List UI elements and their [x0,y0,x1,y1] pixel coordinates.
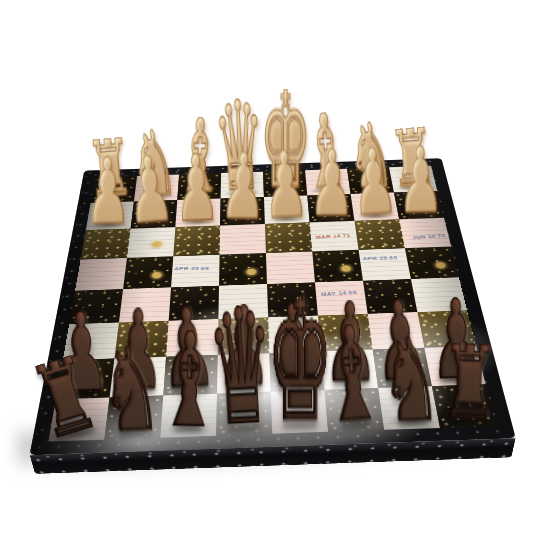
date-stamp: APR 25 69 [363,256,398,261]
square-b8[interactable]: ♞ [104,396,163,440]
date-stamp: JUN 10 74 [412,234,446,240]
square-g4[interactable]: APR 25 69 [359,248,411,280]
black-knight-piece[interactable]: ♞ [99,343,163,437]
square-d2[interactable]: ♟ [220,197,265,226]
square-a2[interactable]: ♟ [86,202,134,231]
board-front-edge [30,438,516,474]
square-g3[interactable] [354,219,404,249]
white-pawn-piece[interactable]: ♟ [397,144,443,217]
square-b2[interactable]: ♟ [131,200,178,229]
square-g2[interactable]: ♟ [351,192,400,220]
square-e8[interactable]: ♚ [271,390,328,434]
chess-board: ♜♞♝♛♚♝♞♜♟♟♟♟♟♟♟♟MAR 14 71JUN 10 74APR 25… [30,158,516,455]
square-e3[interactable] [265,223,312,253]
square-f3[interactable]: MAR 14 71 [310,221,359,251]
square-g8[interactable]: ♞ [378,386,440,430]
black-bishop-piece[interactable]: ♝ [159,329,219,434]
square-a3[interactable] [81,229,131,260]
square-b4[interactable] [123,256,173,289]
black-king-piece[interactable]: ♚ [267,293,334,430]
square-b3[interactable] [127,227,175,258]
square-c2[interactable]: ♟ [175,199,220,228]
perspective-rig: ♜♞♝♛♚♝♞♜♟♟♟♟♟♟♟♟MAR 14 71JUN 10 74APR 25… [54,71,480,497]
square-c3[interactable] [173,226,220,257]
chess-set-photo: ♜♞♝♛♚♝♞♜♟♟♟♟♟♟♟♟MAR 14 71JUN 10 74APR 25… [0,0,533,533]
square-d3[interactable] [220,224,266,255]
black-knight-piece[interactable]: ♞ [380,334,442,427]
white-pawn-piece[interactable]: ♟ [309,148,354,220]
white-pawn-piece[interactable]: ♟ [349,145,399,220]
square-a4[interactable] [75,258,127,291]
square-h4[interactable] [405,247,459,279]
white-pawn-piece[interactable]: ♟ [220,150,266,223]
white-pawn-piece[interactable]: ♟ [124,152,175,228]
square-e2[interactable]: ♟ [264,195,310,224]
black-rook-piece[interactable]: ♜ [438,342,499,425]
square-c8[interactable]: ♝ [160,394,217,438]
square-d8[interactable]: ♛ [216,392,272,436]
white-pawn-piece[interactable]: ♟ [85,155,131,228]
white-pawn-piece[interactable]: ♟ [261,148,310,223]
square-f2[interactable]: ♟ [307,194,354,223]
date-stamp: MAR 14 71 [316,233,351,239]
board-grid: ♜♞♝♛♚♝♞♜♟♟♟♟♟♟♟♟MAR 14 71JUN 10 74APR 25… [48,166,496,442]
date-stamp: APR 25 69 [174,266,209,271]
square-h2[interactable]: ♟ [394,191,444,219]
square-h3[interactable]: JUN 10 74 [399,218,451,248]
white-pawn-piece[interactable]: ♟ [173,152,221,226]
